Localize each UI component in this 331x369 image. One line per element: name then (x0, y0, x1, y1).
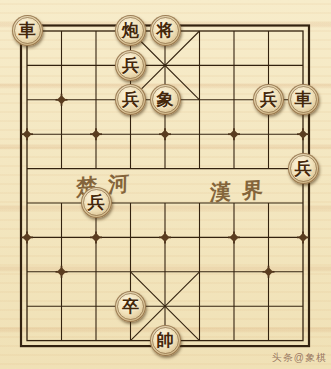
intersection[interactable] (148, 220, 183, 254)
intersection[interactable] (217, 117, 252, 151)
intersection[interactable] (217, 186, 252, 220)
intersection[interactable] (286, 14, 321, 48)
intersection[interactable] (217, 220, 252, 254)
intersection[interactable]: 兵 (113, 83, 148, 117)
intersection[interactable] (286, 289, 321, 323)
intersection[interactable] (44, 186, 79, 220)
piece-red-cannon[interactable]: 炮 (115, 15, 146, 46)
intersection[interactable] (217, 14, 252, 48)
intersection[interactable] (182, 255, 217, 289)
piece-red-soldier[interactable]: 兵 (81, 187, 112, 218)
intersection[interactable]: 将 (148, 14, 183, 48)
intersection[interactable] (113, 186, 148, 220)
intersection[interactable] (10, 220, 45, 254)
intersection[interactable] (10, 289, 45, 323)
intersection[interactable] (10, 186, 45, 220)
intersection[interactable]: 車 (286, 83, 321, 117)
intersection[interactable] (182, 117, 217, 151)
intersection[interactable] (217, 151, 252, 185)
intersection[interactable]: 炮 (113, 14, 148, 48)
intersection[interactable] (10, 151, 45, 185)
intersection[interactable] (182, 220, 217, 254)
piece-black-soldier[interactable]: 卒 (115, 291, 146, 322)
intersection[interactable] (44, 48, 79, 82)
intersection[interactable] (286, 117, 321, 151)
intersection[interactable] (251, 255, 286, 289)
piece-red-soldier[interactable]: 兵 (115, 84, 146, 115)
watermark-text: 头条@象棋 (272, 351, 327, 365)
piece-black-elephant[interactable]: 象 (150, 84, 181, 115)
intersection[interactable] (217, 83, 252, 117)
piece-black-general[interactable]: 将 (150, 15, 181, 46)
intersection[interactable] (217, 323, 252, 357)
intersection[interactable] (251, 117, 286, 151)
piece-black-chariot[interactable]: 車 (288, 84, 319, 115)
intersection[interactable] (286, 255, 321, 289)
intersection[interactable] (44, 83, 79, 117)
piece-red-general[interactable]: 帥 (150, 325, 181, 356)
intersection[interactable] (182, 186, 217, 220)
piece-black-chariot[interactable]: 車 (12, 15, 43, 46)
intersection[interactable] (44, 255, 79, 289)
intersection[interactable] (79, 220, 114, 254)
piece-red-soldier[interactable]: 兵 (115, 50, 146, 81)
intersection[interactable]: 兵 (79, 186, 114, 220)
intersection[interactable] (10, 323, 45, 357)
intersection[interactable] (251, 48, 286, 82)
intersection[interactable] (148, 117, 183, 151)
intersection[interactable] (217, 255, 252, 289)
intersection[interactable] (113, 255, 148, 289)
intersection[interactable] (182, 289, 217, 323)
intersection[interactable] (182, 14, 217, 48)
intersection[interactable] (44, 220, 79, 254)
intersection[interactable] (113, 323, 148, 357)
intersection[interactable] (182, 323, 217, 357)
intersection[interactable] (79, 255, 114, 289)
intersection[interactable] (10, 48, 45, 82)
intersection[interactable] (286, 220, 321, 254)
intersection[interactable] (148, 255, 183, 289)
intersection[interactable] (79, 151, 114, 185)
intersection[interactable] (44, 14, 79, 48)
intersection[interactable] (251, 14, 286, 48)
intersection[interactable] (251, 186, 286, 220)
piece-red-soldier[interactable]: 兵 (288, 153, 319, 184)
intersection[interactable] (79, 14, 114, 48)
intersection[interactable] (148, 186, 183, 220)
intersection[interactable]: 兵 (113, 48, 148, 82)
intersection[interactable] (113, 151, 148, 185)
piece-red-soldier[interactable]: 兵 (253, 84, 284, 115)
intersection[interactable] (44, 151, 79, 185)
intersection[interactable] (10, 83, 45, 117)
intersection[interactable] (44, 289, 79, 323)
intersection[interactable] (148, 151, 183, 185)
intersection[interactable]: 車 (10, 14, 45, 48)
intersection[interactable] (44, 323, 79, 357)
intersection[interactable] (251, 289, 286, 323)
intersection[interactable] (148, 289, 183, 323)
intersection[interactable] (182, 83, 217, 117)
xiangqi-board-image: 楚河 漢界 車炮将兵兵象兵車兵兵卒帥 头条@象棋 (0, 0, 331, 369)
board-grid: 車炮将兵兵象兵車兵兵卒帥 (10, 14, 321, 358)
intersection[interactable]: 卒 (113, 289, 148, 323)
intersection[interactable] (10, 255, 45, 289)
intersection[interactable] (182, 48, 217, 82)
intersection[interactable] (113, 117, 148, 151)
intersection[interactable] (79, 83, 114, 117)
intersection[interactable] (217, 289, 252, 323)
intersection[interactable] (44, 117, 79, 151)
intersection[interactable] (79, 48, 114, 82)
intersection[interactable]: 象 (148, 83, 183, 117)
intersection[interactable] (217, 48, 252, 82)
intersection[interactable] (251, 151, 286, 185)
intersection[interactable] (286, 186, 321, 220)
intersection[interactable]: 帥 (148, 323, 183, 357)
intersection[interactable] (10, 117, 45, 151)
intersection[interactable] (79, 323, 114, 357)
intersection[interactable] (286, 48, 321, 82)
intersection[interactable] (148, 48, 183, 82)
intersection[interactable] (79, 117, 114, 151)
intersection[interactable] (113, 220, 148, 254)
intersection[interactable] (182, 151, 217, 185)
intersection[interactable] (251, 220, 286, 254)
intersection[interactable]: 兵 (251, 83, 286, 117)
intersection[interactable]: 兵 (286, 151, 321, 185)
intersection[interactable] (79, 289, 114, 323)
